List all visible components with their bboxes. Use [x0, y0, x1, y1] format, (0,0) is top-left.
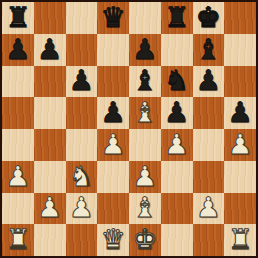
piece-white-pawn[interactable]: ♟ [5, 163, 30, 191]
square-e5[interactable]: ♝ [129, 97, 161, 129]
square-f3[interactable] [161, 161, 193, 193]
piece-black-rook[interactable]: ♜ [164, 4, 189, 32]
square-e4[interactable] [129, 129, 161, 161]
piece-white-pawn[interactable]: ♟ [164, 131, 189, 159]
square-c1[interactable] [66, 224, 98, 256]
piece-black-pawn[interactable]: ♟ [5, 36, 30, 64]
square-h7[interactable] [224, 34, 256, 66]
square-e3[interactable]: ♟ [129, 161, 161, 193]
piece-white-pawn[interactable]: ♟ [69, 194, 94, 222]
piece-white-pawn[interactable]: ♟ [228, 131, 253, 159]
square-b3[interactable] [34, 161, 66, 193]
piece-black-king[interactable]: ♚ [196, 4, 221, 32]
square-a4[interactable] [2, 129, 34, 161]
square-f2[interactable] [161, 193, 193, 225]
piece-black-pawn[interactable]: ♟ [37, 36, 62, 64]
square-b7[interactable]: ♟ [34, 34, 66, 66]
square-a5[interactable] [2, 97, 34, 129]
square-b1[interactable] [34, 224, 66, 256]
piece-white-king[interactable]: ♚ [132, 226, 157, 254]
square-c6[interactable]: ♟ [66, 66, 98, 98]
square-f7[interactable] [161, 34, 193, 66]
square-g8[interactable]: ♚ [193, 2, 225, 34]
square-b4[interactable] [34, 129, 66, 161]
square-a2[interactable] [2, 193, 34, 225]
square-a8[interactable]: ♜ [2, 2, 34, 34]
square-f4[interactable]: ♟ [161, 129, 193, 161]
square-f5[interactable]: ♟ [161, 97, 193, 129]
square-h2[interactable] [224, 193, 256, 225]
square-b2[interactable]: ♟ [34, 193, 66, 225]
piece-white-rook[interactable]: ♜ [228, 226, 253, 254]
piece-white-pawn[interactable]: ♟ [196, 194, 221, 222]
square-d8[interactable]: ♛ [97, 2, 129, 34]
square-h1[interactable]: ♜ [224, 224, 256, 256]
piece-black-bishop[interactable]: ♝ [196, 36, 221, 64]
square-g5[interactable] [193, 97, 225, 129]
square-h8[interactable] [224, 2, 256, 34]
square-b5[interactable] [34, 97, 66, 129]
piece-black-queen[interactable]: ♛ [101, 4, 126, 32]
piece-black-rook[interactable]: ♜ [5, 4, 30, 32]
square-c7[interactable] [66, 34, 98, 66]
square-d3[interactable] [97, 161, 129, 193]
square-b6[interactable] [34, 66, 66, 98]
piece-black-pawn[interactable]: ♟ [132, 36, 157, 64]
piece-black-pawn[interactable]: ♟ [101, 99, 126, 127]
square-c5[interactable] [66, 97, 98, 129]
square-a7[interactable]: ♟ [2, 34, 34, 66]
square-b8[interactable] [34, 2, 66, 34]
chess-board: ♜♛♜♚♟♟♟♝♟♝♞♟♟♝♟♟♟♟♟♟♞♟♟♟♝♟♜♛♚♜ [2, 2, 256, 256]
piece-white-bishop[interactable]: ♝ [132, 99, 157, 127]
piece-black-knight[interactable]: ♞ [164, 67, 189, 95]
square-a1[interactable]: ♜ [2, 224, 34, 256]
square-g7[interactable]: ♝ [193, 34, 225, 66]
piece-black-pawn[interactable]: ♟ [164, 99, 189, 127]
square-e1[interactable]: ♚ [129, 224, 161, 256]
piece-black-pawn[interactable]: ♟ [196, 67, 221, 95]
square-f1[interactable] [161, 224, 193, 256]
piece-black-pawn[interactable]: ♟ [228, 99, 253, 127]
piece-white-pawn[interactable]: ♟ [101, 131, 126, 159]
piece-black-pawn[interactable]: ♟ [69, 67, 94, 95]
piece-white-knight[interactable]: ♞ [69, 163, 94, 191]
square-d2[interactable] [97, 193, 129, 225]
piece-white-rook[interactable]: ♜ [5, 226, 30, 254]
square-d7[interactable] [97, 34, 129, 66]
square-d6[interactable] [97, 66, 129, 98]
square-c8[interactable] [66, 2, 98, 34]
square-f6[interactable]: ♞ [161, 66, 193, 98]
square-a3[interactable]: ♟ [2, 161, 34, 193]
square-h5[interactable]: ♟ [224, 97, 256, 129]
square-h6[interactable] [224, 66, 256, 98]
chess-board-frame: ♜♛♜♚♟♟♟♝♟♝♞♟♟♝♟♟♟♟♟♟♞♟♟♟♝♟♜♛♚♜ [0, 0, 258, 258]
square-e2[interactable]: ♝ [129, 193, 161, 225]
piece-black-bishop[interactable]: ♝ [132, 67, 157, 95]
square-c4[interactable] [66, 129, 98, 161]
piece-white-bishop[interactable]: ♝ [132, 194, 157, 222]
piece-white-pawn[interactable]: ♟ [132, 163, 157, 191]
square-f8[interactable]: ♜ [161, 2, 193, 34]
square-g1[interactable] [193, 224, 225, 256]
square-c3[interactable]: ♞ [66, 161, 98, 193]
square-e6[interactable]: ♝ [129, 66, 161, 98]
square-d4[interactable]: ♟ [97, 129, 129, 161]
square-d1[interactable]: ♛ [97, 224, 129, 256]
square-h3[interactable] [224, 161, 256, 193]
square-g3[interactable] [193, 161, 225, 193]
square-g6[interactable]: ♟ [193, 66, 225, 98]
square-e8[interactable] [129, 2, 161, 34]
square-g2[interactable]: ♟ [193, 193, 225, 225]
piece-white-queen[interactable]: ♛ [101, 226, 126, 254]
square-e7[interactable]: ♟ [129, 34, 161, 66]
square-a6[interactable] [2, 66, 34, 98]
square-c2[interactable]: ♟ [66, 193, 98, 225]
piece-white-pawn[interactable]: ♟ [37, 194, 62, 222]
square-d5[interactable]: ♟ [97, 97, 129, 129]
square-g4[interactable] [193, 129, 225, 161]
square-h4[interactable]: ♟ [224, 129, 256, 161]
